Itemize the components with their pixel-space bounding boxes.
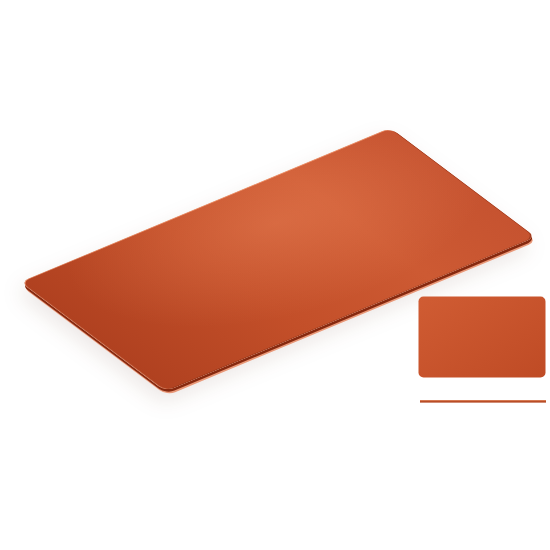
mold-perspective-view	[0, 0, 550, 550]
mold-side-profile-inset	[420, 399, 546, 411]
corner-holes	[20, 128, 390, 282]
profile-bar-highlight	[420, 400, 546, 401]
mold-top-view-inset	[418, 296, 546, 378]
product-photo	[0, 0, 550, 550]
top-view-sheet	[419, 297, 546, 378]
